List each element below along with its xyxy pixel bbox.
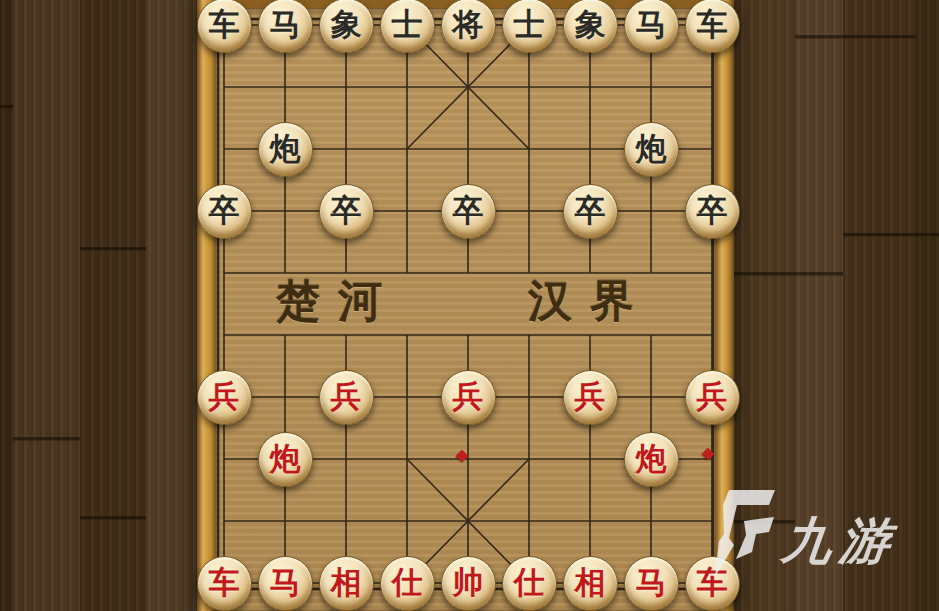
piece-glyph: 炮: [636, 443, 667, 474]
piece-glyph: 车: [209, 9, 240, 40]
piece-glyph: 兵: [453, 381, 484, 412]
piece-red-车-23[interactable]: 车: [197, 556, 252, 611]
piece-red-仕-28[interactable]: 仕: [502, 556, 557, 611]
piece-glyph: 帅: [453, 567, 484, 598]
plank-seam: [730, 520, 795, 524]
plank-seam: [13, 437, 80, 441]
piece-glyph: 象: [575, 9, 606, 40]
piece-black-卒-11[interactable]: 卒: [197, 184, 252, 239]
wood-plank: [843, 0, 918, 611]
piece-glyph: 兵: [575, 381, 606, 412]
piece-black-士-5[interactable]: 士: [502, 0, 557, 53]
river-label-right: 汉界: [528, 272, 652, 331]
piece-glyph: 炮: [270, 133, 301, 164]
piece-glyph: 相: [331, 567, 362, 598]
piece-red-兵-20[interactable]: 兵: [685, 370, 740, 425]
piece-black-车-0[interactable]: 车: [197, 0, 252, 53]
piece-red-炮-21[interactable]: 炮: [258, 432, 313, 487]
piece-glyph: 炮: [636, 133, 667, 164]
piece-black-卒-14[interactable]: 卒: [563, 184, 618, 239]
piece-black-象-6[interactable]: 象: [563, 0, 618, 53]
xiangqi-board[interactable]: 楚河 汉界: [215, 8, 716, 611]
piece-black-卒-15[interactable]: 卒: [685, 184, 740, 239]
piece-glyph: 车: [697, 9, 728, 40]
piece-red-相-25[interactable]: 相: [319, 556, 374, 611]
piece-glyph: 车: [209, 567, 240, 598]
piece-glyph: 马: [636, 567, 667, 598]
piece-glyph: 卒: [209, 195, 240, 226]
piece-glyph: 卒: [331, 195, 362, 226]
plank-seam: [730, 272, 843, 276]
piece-black-马-7[interactable]: 马: [624, 0, 679, 53]
piece-black-士-3[interactable]: 士: [380, 0, 435, 53]
wood-plank: [13, 0, 82, 611]
piece-glyph: 象: [331, 9, 362, 40]
piece-red-帅-27[interactable]: 帅: [441, 556, 496, 611]
piece-glyph: 兵: [209, 381, 240, 412]
piece-glyph: 将: [453, 9, 484, 40]
piece-red-兵-19[interactable]: 兵: [563, 370, 618, 425]
piece-black-卒-13[interactable]: 卒: [441, 184, 496, 239]
plank-seam: [795, 35, 916, 39]
piece-red-兵-18[interactable]: 兵: [441, 370, 496, 425]
plank-seam: [0, 105, 13, 109]
piece-glyph: 仕: [392, 567, 423, 598]
piece-black-车-8[interactable]: 车: [685, 0, 740, 53]
piece-glyph: 马: [636, 9, 667, 40]
plank-seam: [80, 516, 146, 520]
piece-red-马-24[interactable]: 马: [258, 556, 313, 611]
piece-glyph: 炮: [270, 443, 301, 474]
piece-glyph: 马: [270, 9, 301, 40]
piece-glyph: 马: [270, 567, 301, 598]
piece-glyph: 卒: [697, 195, 728, 226]
wood-plank: [795, 0, 845, 611]
piece-red-炮-22[interactable]: 炮: [624, 432, 679, 487]
piece-glyph: 卒: [575, 195, 606, 226]
piece-red-兵-16[interactable]: 兵: [197, 370, 252, 425]
piece-glyph: 仕: [514, 567, 545, 598]
wood-plank: [146, 0, 203, 611]
piece-black-象-2[interactable]: 象: [319, 0, 374, 53]
piece-black-炮-9[interactable]: 炮: [258, 122, 313, 177]
piece-glyph: 士: [514, 9, 545, 40]
wood-plank: [916, 0, 939, 611]
piece-black-马-1[interactable]: 马: [258, 0, 313, 53]
piece-black-炮-10[interactable]: 炮: [624, 122, 679, 177]
plank-seam: [80, 247, 146, 251]
piece-glyph: 兵: [697, 381, 728, 412]
piece-glyph: 车: [697, 567, 728, 598]
piece-glyph: 卒: [453, 195, 484, 226]
piece-black-将-4[interactable]: 将: [441, 0, 496, 53]
piece-black-卒-12[interactable]: 卒: [319, 184, 374, 239]
piece-glyph: 兵: [331, 381, 362, 412]
piece-red-马-30[interactable]: 马: [624, 556, 679, 611]
piece-red-车-31[interactable]: 车: [685, 556, 740, 611]
xiangqi-game-screen: 楚河 汉界 车马象士将士象马车炮炮卒卒卒卒卒兵兵兵兵兵炮炮车马相仕帅仕相马车 九…: [0, 0, 939, 611]
piece-red-兵-17[interactable]: 兵: [319, 370, 374, 425]
river-label-left: 楚河: [276, 272, 400, 331]
piece-red-相-29[interactable]: 相: [563, 556, 618, 611]
plank-seam: [843, 233, 939, 237]
piece-glyph: 相: [575, 567, 606, 598]
piece-glyph: 士: [392, 9, 423, 40]
piece-red-仕-26[interactable]: 仕: [380, 556, 435, 611]
